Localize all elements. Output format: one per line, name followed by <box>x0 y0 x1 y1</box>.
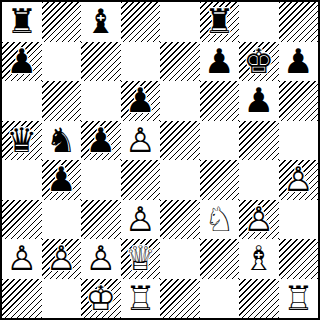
piece-fill-white-pawn: ♟ <box>121 200 161 240</box>
square-d7[interactable] <box>121 42 161 82</box>
square-e7[interactable] <box>160 42 200 82</box>
square-b2[interactable]: ♟♙ <box>42 239 82 279</box>
piece-black-pawn: ♟ <box>121 81 161 121</box>
square-h3[interactable] <box>279 200 319 240</box>
square-f1[interactable] <box>200 279 240 319</box>
square-a4[interactable] <box>2 160 42 200</box>
square-g1[interactable] <box>239 279 279 319</box>
square-g4[interactable] <box>239 160 279 200</box>
square-a2[interactable]: ♟♙ <box>2 239 42 279</box>
piece-fill-black-pawn: ♟ <box>2 42 42 82</box>
square-h4[interactable]: ♟♙ <box>279 160 319 200</box>
piece-fill-white-pawn: ♟ <box>81 239 121 279</box>
square-e3[interactable] <box>160 200 200 240</box>
piece-white-rook: ♖ <box>279 279 319 319</box>
square-h5[interactable] <box>279 121 319 161</box>
square-c3[interactable] <box>81 200 121 240</box>
square-h7[interactable]: ♟♟ <box>279 42 319 82</box>
piece-fill-white-bishop: ♝ <box>239 239 279 279</box>
piece-white-pawn: ♙ <box>239 200 279 240</box>
square-d1[interactable]: ♜♖ <box>121 279 161 319</box>
piece-black-knight: ♞ <box>42 121 82 161</box>
chess-board: ♜♜♝♝♜♜♟♟♟♟♚♚♟♟♟♟♟♟♛♛♞♞♟♟♟♙♟♟♟♙♟♙♞♘♟♙♟♙♟♙… <box>0 0 320 320</box>
piece-fill-white-pawn: ♟ <box>2 239 42 279</box>
piece-black-queen: ♛ <box>2 121 42 161</box>
piece-fill-black-rook: ♜ <box>2 2 42 42</box>
piece-fill-white-pawn: ♟ <box>42 239 82 279</box>
piece-fill-black-rook: ♜ <box>200 2 240 42</box>
square-f7[interactable]: ♟♟ <box>200 42 240 82</box>
square-b7[interactable] <box>42 42 82 82</box>
square-b8[interactable] <box>42 2 82 42</box>
square-c8[interactable]: ♝♝ <box>81 2 121 42</box>
square-d4[interactable] <box>121 160 161 200</box>
piece-white-pawn: ♙ <box>121 121 161 161</box>
piece-fill-black-pawn: ♟ <box>81 121 121 161</box>
square-d3[interactable]: ♟♙ <box>121 200 161 240</box>
piece-black-pawn: ♟ <box>42 160 82 200</box>
piece-white-pawn: ♙ <box>279 160 319 200</box>
piece-fill-white-pawn: ♟ <box>239 200 279 240</box>
square-a8[interactable]: ♜♜ <box>2 2 42 42</box>
square-a3[interactable] <box>2 200 42 240</box>
piece-fill-white-pawn: ♟ <box>279 160 319 200</box>
square-b4[interactable]: ♟♟ <box>42 160 82 200</box>
square-e8[interactable] <box>160 2 200 42</box>
piece-fill-black-pawn: ♟ <box>200 42 240 82</box>
square-c5[interactable]: ♟♟ <box>81 121 121 161</box>
piece-black-pawn: ♟ <box>279 42 319 82</box>
piece-black-pawn: ♟ <box>81 121 121 161</box>
square-b5[interactable]: ♞♞ <box>42 121 82 161</box>
piece-fill-black-queen: ♛ <box>2 121 42 161</box>
piece-black-bishop: ♝ <box>81 2 121 42</box>
square-f4[interactable] <box>200 160 240 200</box>
square-e2[interactable] <box>160 239 200 279</box>
square-f3[interactable]: ♞♘ <box>200 200 240 240</box>
square-f8[interactable]: ♜♜ <box>200 2 240 42</box>
square-a1[interactable] <box>2 279 42 319</box>
piece-black-pawn: ♟ <box>2 42 42 82</box>
square-e5[interactable] <box>160 121 200 161</box>
square-b1[interactable] <box>42 279 82 319</box>
square-c7[interactable] <box>81 42 121 82</box>
piece-fill-white-rook: ♜ <box>121 279 161 319</box>
piece-white-pawn: ♙ <box>81 239 121 279</box>
square-c6[interactable] <box>81 81 121 121</box>
square-g8[interactable] <box>239 2 279 42</box>
square-d8[interactable] <box>121 2 161 42</box>
piece-fill-white-knight: ♞ <box>200 200 240 240</box>
piece-black-rook: ♜ <box>200 2 240 42</box>
piece-white-rook: ♖ <box>121 279 161 319</box>
piece-fill-white-queen: ♛ <box>121 239 161 279</box>
square-b3[interactable] <box>42 200 82 240</box>
piece-fill-black-pawn: ♟ <box>279 42 319 82</box>
square-d6[interactable]: ♟♟ <box>121 81 161 121</box>
square-c1[interactable]: ♚♔ <box>81 279 121 319</box>
square-d5[interactable]: ♟♙ <box>121 121 161 161</box>
square-e6[interactable] <box>160 81 200 121</box>
piece-fill-black-pawn: ♟ <box>42 160 82 200</box>
piece-white-pawn: ♙ <box>2 239 42 279</box>
piece-black-pawn: ♟ <box>200 42 240 82</box>
piece-fill-black-pawn: ♟ <box>239 81 279 121</box>
square-g5[interactable] <box>239 121 279 161</box>
square-c2[interactable]: ♟♙ <box>81 239 121 279</box>
piece-black-king: ♚ <box>239 42 279 82</box>
square-g2[interactable]: ♝♗ <box>239 239 279 279</box>
square-g6[interactable]: ♟♟ <box>239 81 279 121</box>
piece-black-rook: ♜ <box>2 2 42 42</box>
square-h2[interactable] <box>279 239 319 279</box>
square-g3[interactable]: ♟♙ <box>239 200 279 240</box>
piece-fill-black-bishop: ♝ <box>81 2 121 42</box>
square-e4[interactable] <box>160 160 200 200</box>
piece-white-queen: ♕ <box>121 239 161 279</box>
piece-white-pawn: ♙ <box>121 200 161 240</box>
square-f5[interactable] <box>200 121 240 161</box>
piece-fill-white-king: ♚ <box>81 279 121 319</box>
square-f2[interactable] <box>200 239 240 279</box>
square-h6[interactable] <box>279 81 319 121</box>
square-h8[interactable] <box>279 2 319 42</box>
square-h1[interactable]: ♜♖ <box>279 279 319 319</box>
piece-white-pawn: ♙ <box>42 239 82 279</box>
piece-fill-black-pawn: ♟ <box>121 81 161 121</box>
piece-black-pawn: ♟ <box>239 81 279 121</box>
piece-fill-white-pawn: ♟ <box>121 121 161 161</box>
square-a6[interactable] <box>2 81 42 121</box>
piece-fill-black-king: ♚ <box>239 42 279 82</box>
piece-white-bishop: ♗ <box>239 239 279 279</box>
square-a5[interactable]: ♛♛ <box>2 121 42 161</box>
square-f6[interactable] <box>200 81 240 121</box>
square-c4[interactable] <box>81 160 121 200</box>
square-g7[interactable]: ♚♚ <box>239 42 279 82</box>
piece-fill-white-rook: ♜ <box>279 279 319 319</box>
square-b6[interactable] <box>42 81 82 121</box>
square-d2[interactable]: ♛♕ <box>121 239 161 279</box>
square-a7[interactable]: ♟♟ <box>2 42 42 82</box>
piece-white-king: ♔ <box>81 279 121 319</box>
square-e1[interactable] <box>160 279 200 319</box>
piece-fill-black-knight: ♞ <box>42 121 82 161</box>
piece-white-knight: ♘ <box>200 200 240 240</box>
